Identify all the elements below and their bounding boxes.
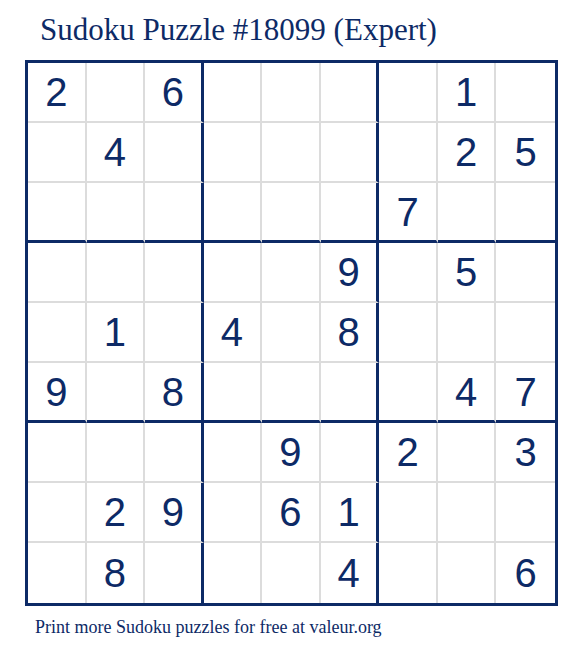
sudoku-cell-r9c8 [438,543,497,603]
sudoku-cell-r9c2: 8 [87,543,146,603]
sudoku-cell-r7c4 [204,423,263,483]
sudoku-cell-r2c9: 5 [496,123,555,183]
sudoku-cell-r2c4 [204,123,263,183]
sudoku-cell-r5c9 [496,303,555,363]
sudoku-cell-r4c5 [262,243,321,303]
sudoku-cell-r3c4 [204,183,263,243]
sudoku-cell-r5c3 [145,303,204,363]
sudoku-cell-r1c4 [204,63,263,123]
sudoku-cell-r8c5: 6 [262,483,321,543]
sudoku-cell-r1c9 [496,63,555,123]
sudoku-cell-r1c7 [379,63,438,123]
sudoku-cell-r3c7: 7 [379,183,438,243]
sudoku-cell-r2c3 [145,123,204,183]
sudoku-cell-r2c5 [262,123,321,183]
sudoku-cell-r3c1 [28,183,87,243]
sudoku-cell-r4c1 [28,243,87,303]
sudoku-cell-r4c7 [379,243,438,303]
sudoku-cell-r9c9: 6 [496,543,555,603]
sudoku-cell-r7c1 [28,423,87,483]
page-title: Sudoku Puzzle #18099 (Expert) [40,12,437,48]
sudoku-cell-r8c1 [28,483,87,543]
sudoku-cell-r1c8: 1 [438,63,497,123]
sudoku-cell-r4c2 [87,243,146,303]
sudoku-cell-r9c6: 4 [321,543,380,603]
sudoku-cell-r2c8: 2 [438,123,497,183]
sudoku-cell-r3c8 [438,183,497,243]
sudoku-cell-r3c5 [262,183,321,243]
sudoku-cell-r8c8 [438,483,497,543]
sudoku-cell-r8c4 [204,483,263,543]
sudoku-cell-r5c1 [28,303,87,363]
sudoku-cell-r2c2: 4 [87,123,146,183]
sudoku-cell-r9c1 [28,543,87,603]
sudoku-cell-r4c4 [204,243,263,303]
sudoku-cell-r5c7 [379,303,438,363]
sudoku-cell-r5c6: 8 [321,303,380,363]
sudoku-cell-r8c9 [496,483,555,543]
sudoku-cell-r8c2: 2 [87,483,146,543]
sudoku-cell-r7c8 [438,423,497,483]
sudoku-cell-r7c3 [145,423,204,483]
sudoku-cell-r8c3: 9 [145,483,204,543]
sudoku-cell-r4c9 [496,243,555,303]
sudoku-cell-r6c9: 7 [496,363,555,423]
sudoku-cell-r4c3 [145,243,204,303]
sudoku-cell-r3c3 [145,183,204,243]
sudoku-page: Sudoku Puzzle #18099 (Expert) 2614257951… [0,0,580,651]
sudoku-cell-r6c3: 8 [145,363,204,423]
sudoku-cell-r6c1: 9 [28,363,87,423]
footer-credit: Print more Sudoku puzzles for free at va… [35,617,382,638]
sudoku-cell-r4c8: 5 [438,243,497,303]
sudoku-cell-r5c2: 1 [87,303,146,363]
sudoku-cell-r5c8 [438,303,497,363]
sudoku-cell-r3c6 [321,183,380,243]
sudoku-cell-r6c5 [262,363,321,423]
sudoku-cell-r8c7 [379,483,438,543]
sudoku-cell-r1c2 [87,63,146,123]
sudoku-cell-r2c1 [28,123,87,183]
sudoku-cell-r3c2 [87,183,146,243]
sudoku-cell-r7c2 [87,423,146,483]
sudoku-cell-r6c4 [204,363,263,423]
sudoku-cell-r9c5 [262,543,321,603]
sudoku-cell-r2c7 [379,123,438,183]
sudoku-cell-r3c9 [496,183,555,243]
sudoku-cell-r8c6: 1 [321,483,380,543]
sudoku-cell-r1c5 [262,63,321,123]
sudoku-cell-r9c4 [204,543,263,603]
sudoku-cell-r6c8: 4 [438,363,497,423]
sudoku-cell-r4c6: 9 [321,243,380,303]
sudoku-board: 26142579514898479232961846 [25,60,558,606]
sudoku-cell-r7c6 [321,423,380,483]
sudoku-cell-r6c6 [321,363,380,423]
sudoku-cell-r6c7 [379,363,438,423]
sudoku-cell-r9c3 [145,543,204,603]
sudoku-cell-r5c4: 4 [204,303,263,363]
sudoku-cell-r1c6 [321,63,380,123]
sudoku-cell-r1c1: 2 [28,63,87,123]
sudoku-cell-r7c5: 9 [262,423,321,483]
sudoku-cell-r2c6 [321,123,380,183]
sudoku-cell-r9c7 [379,543,438,603]
sudoku-cell-r7c7: 2 [379,423,438,483]
sudoku-cell-r7c9: 3 [496,423,555,483]
sudoku-cell-r5c5 [262,303,321,363]
sudoku-cell-r1c3: 6 [145,63,204,123]
sudoku-cell-r6c2 [87,363,146,423]
